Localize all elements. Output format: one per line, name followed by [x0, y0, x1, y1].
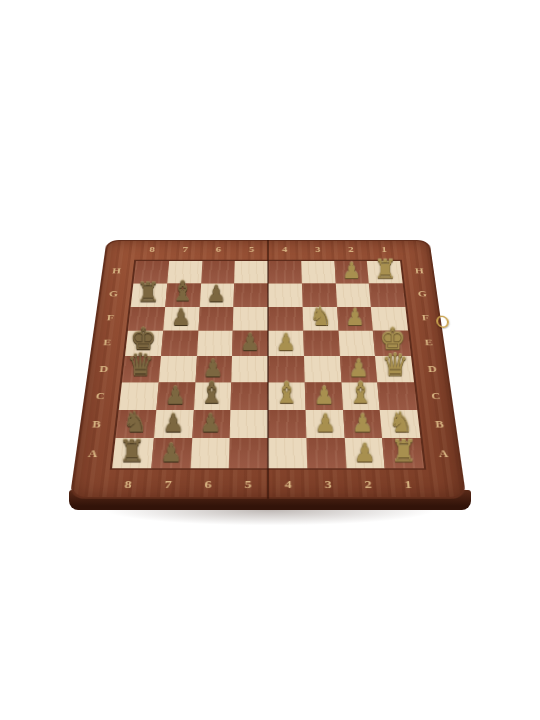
piece-white-bishop-c2[interactable]: ♝: [348, 379, 374, 408]
square-a4[interactable]: [268, 438, 307, 468]
square-b2[interactable]: ♟: [343, 410, 383, 439]
coordinate-label-left-A: A: [79, 439, 106, 469]
piece-black-rook-a8[interactable]: ♜: [119, 437, 145, 466]
square-h6[interactable]: [201, 261, 235, 283]
square-h1[interactable]: ♜: [367, 261, 403, 283]
piece-white-knight-b1[interactable]: ♞: [389, 408, 414, 436]
square-f3[interactable]: ♞: [302, 307, 338, 331]
piece-white-rook-h1[interactable]: ♜: [374, 256, 397, 281]
piece-white-pawn-e4[interactable]: ♟: [276, 331, 297, 354]
square-c6[interactable]: ♝: [193, 382, 231, 409]
coordinate-label-bottom-4: 4: [268, 475, 308, 494]
piece-base-shadow: [241, 352, 259, 356]
coordinate-label-right-B: B: [427, 410, 453, 439]
square-h2[interactable]: ♟: [334, 261, 369, 283]
square-e2[interactable]: [338, 331, 375, 356]
coordinate-label-right-H: H: [408, 260, 431, 283]
square-a1[interactable]: ♜: [382, 438, 424, 468]
piece-black-pawn-f7[interactable]: ♟: [171, 307, 191, 329]
coordinate-label-top-8: 8: [135, 243, 169, 255]
square-h3[interactable]: [301, 261, 335, 283]
piece-base-shadow: [122, 463, 142, 468]
piece-black-pawn-c7[interactable]: ♟: [164, 384, 185, 408]
piece-black-pawn-g6[interactable]: ♟: [207, 283, 227, 305]
coordinate-label-right-A: A: [430, 439, 457, 469]
square-c5[interactable]: [231, 382, 268, 409]
square-g5[interactable]: [234, 283, 268, 306]
piece-white-queen-d1[interactable]: ♛: [382, 350, 409, 381]
square-h4[interactable]: [268, 261, 302, 283]
square-b3[interactable]: ♟: [305, 410, 344, 439]
piece-black-bishop-g7[interactable]: ♝: [170, 278, 194, 305]
piece-base-shadow: [161, 463, 181, 468]
piece-base-shadow: [346, 327, 364, 331]
square-e7[interactable]: [161, 331, 198, 356]
square-a7[interactable]: ♟: [151, 438, 192, 468]
piece-black-bishop-c6[interactable]: ♝: [199, 379, 225, 408]
coordinate-label-bottom-8: 8: [107, 475, 149, 494]
square-f2[interactable]: ♟: [337, 307, 373, 331]
coordinate-label-right-G: G: [411, 282, 434, 306]
piece-black-rook-g8[interactable]: ♜: [137, 279, 160, 305]
piece-base-shadow: [394, 463, 414, 468]
piece-white-pawn-a2[interactable]: ♟: [354, 441, 376, 466]
square-b5[interactable]: [230, 410, 268, 439]
square-b6[interactable]: ♟: [192, 410, 231, 439]
coordinate-label-right-E: E: [417, 330, 441, 356]
square-d8[interactable]: ♛: [122, 356, 161, 382]
coordinate-label-left-B: B: [83, 410, 109, 439]
coordinate-label-bottom-7: 7: [147, 475, 188, 494]
square-f7[interactable]: ♟: [163, 307, 199, 331]
coordinate-label-top-6: 6: [201, 243, 235, 255]
square-c7[interactable]: ♟: [156, 382, 195, 409]
square-h5[interactable]: [234, 261, 268, 283]
coordinate-label-top-3: 3: [301, 243, 335, 255]
square-g4[interactable]: [268, 283, 302, 306]
piece-base-shadow: [172, 327, 190, 331]
square-e5[interactable]: ♟: [232, 331, 268, 356]
square-e4[interactable]: ♟: [268, 331, 304, 356]
square-b4[interactable]: [268, 410, 306, 439]
square-d3[interactable]: [304, 356, 341, 382]
piece-white-pawn-b3[interactable]: ♟: [314, 412, 336, 436]
piece-base-shadow: [277, 352, 295, 356]
square-g8[interactable]: ♜: [131, 283, 167, 306]
piece-white-pawn-b2[interactable]: ♟: [352, 412, 374, 436]
coordinate-label-bottom-5: 5: [228, 475, 268, 494]
brass-clasp-icon: [435, 316, 449, 328]
square-a2[interactable]: ♟: [344, 438, 385, 468]
coordinate-label-top-5: 5: [235, 243, 268, 255]
square-g1[interactable]: [369, 283, 405, 306]
piece-base-shadow: [311, 327, 329, 331]
coordinate-label-top-4: 4: [268, 243, 301, 255]
coordinate-label-bottom-1: 1: [387, 475, 429, 494]
square-c4[interactable]: ♝: [268, 382, 305, 409]
piece-base-shadow: [131, 378, 150, 382]
coordinate-label-left-G: G: [102, 282, 125, 306]
coordinate-label-bottom-2: 2: [347, 475, 388, 494]
square-a3[interactable]: [306, 438, 346, 468]
piece-white-knight-f3[interactable]: ♞: [309, 304, 332, 329]
piece-black-pawn-e5[interactable]: ♟: [240, 331, 261, 354]
coordinate-label-right-C: C: [423, 383, 448, 411]
piece-white-pawn-c3[interactable]: ♟: [313, 384, 334, 408]
square-c2[interactable]: ♝: [341, 382, 380, 409]
board-frame: 87654321 87654321 HGFEDCBA HGFEDCBA ♟♜♜♝…: [70, 240, 467, 499]
square-e6[interactable]: [197, 331, 233, 356]
square-d7[interactable]: [158, 356, 196, 382]
piece-white-rook-a1[interactable]: ♜: [391, 437, 417, 466]
coordinate-label-left-E: E: [95, 330, 119, 356]
square-f6[interactable]: [198, 307, 234, 331]
coordinate-label-top-2: 2: [334, 243, 368, 255]
coordinate-label-top-7: 7: [168, 243, 202, 255]
square-g2[interactable]: [335, 283, 371, 306]
coordinate-label-bottom-3: 3: [308, 475, 349, 494]
piece-black-pawn-b7[interactable]: ♟: [162, 412, 184, 436]
piece-black-knight-b8[interactable]: ♞: [123, 408, 148, 436]
square-g6[interactable]: ♟: [199, 283, 234, 306]
square-e3[interactable]: [303, 331, 339, 356]
coordinate-label-right-D: D: [420, 356, 445, 383]
piece-white-pawn-f2[interactable]: ♟: [345, 307, 365, 329]
square-d1[interactable]: ♛: [375, 356, 414, 382]
piece-black-pawn-b6[interactable]: ♟: [200, 412, 222, 436]
product-photo-canvas: 87654321 87654321 HGFEDCBA HGFEDCBA ♟♜♜♝…: [0, 0, 540, 720]
square-a5[interactable]: [229, 438, 268, 468]
coordinate-label-right-F: F: [414, 306, 438, 331]
square-d5[interactable]: [231, 356, 268, 382]
piece-base-shadow: [386, 378, 405, 382]
coordinate-label-top-1: 1: [367, 243, 401, 255]
piece-white-bishop-c4[interactable]: ♝: [274, 379, 300, 408]
square-a6[interactable]: [190, 438, 230, 468]
square-a8[interactable]: ♜: [112, 438, 154, 468]
square-c3[interactable]: ♟: [305, 382, 343, 409]
square-b7[interactable]: ♟: [154, 410, 194, 439]
coordinate-label-left-H: H: [105, 260, 128, 283]
square-f4[interactable]: [268, 307, 303, 331]
square-f5[interactable]: [233, 307, 268, 331]
piece-black-queen-d8[interactable]: ♛: [127, 350, 154, 381]
coordinate-label-left-C: C: [87, 383, 112, 411]
chess-board-3d: 87654321 87654321 HGFEDCBA HGFEDCBA ♟♜♜♝…: [70, 240, 467, 499]
coordinate-label-left-F: F: [99, 306, 123, 331]
piece-black-pawn-a7[interactable]: ♟: [160, 441, 182, 466]
piece-white-pawn-h2[interactable]: ♟: [342, 260, 361, 282]
piece-base-shadow: [355, 463, 375, 468]
coordinate-label-bottom-6: 6: [187, 475, 228, 494]
coordinate-label-left-D: D: [91, 356, 116, 383]
square-g7[interactable]: ♝: [165, 283, 201, 306]
